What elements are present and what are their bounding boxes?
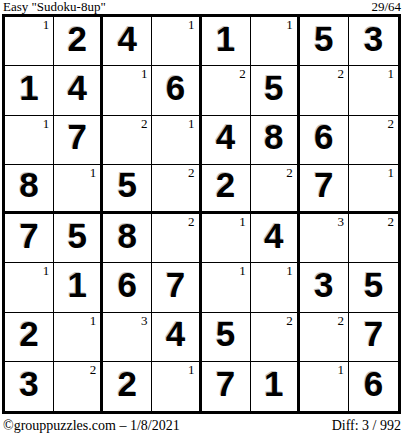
cell-r1c2[interactable]: 2 — [54, 17, 103, 66]
cell-r4c3[interactable]: 5 — [103, 165, 152, 214]
given-digit: 4 — [118, 21, 137, 56]
corner-mark: 2 — [286, 166, 293, 179]
cell-r4c1[interactable]: 8 — [5, 165, 54, 214]
given-digit: 5 — [67, 218, 86, 253]
corner-mark: 2 — [141, 117, 148, 130]
given-digit: 2 — [118, 366, 137, 401]
cell-r8c6[interactable]: 1 — [251, 362, 300, 411]
cell-r1c8[interactable]: 3 — [349, 17, 398, 66]
corner-mark: 1 — [90, 166, 97, 179]
cell-r6c8[interactable]: 5 — [349, 263, 398, 312]
corner-mark: 1 — [239, 264, 246, 277]
page-title: Easy "Sudoku-8up" — [3, 0, 106, 14]
corner-mark: 2 — [388, 215, 395, 228]
cell-r7c4[interactable]: 4 — [152, 313, 201, 362]
cell-r2c4[interactable]: 6 — [152, 66, 201, 115]
cell-r1c5[interactable]: 1 — [202, 17, 251, 66]
cell-r6c2[interactable]: 1 — [54, 263, 103, 312]
cell-r4c8[interactable]: 1 — [349, 165, 398, 214]
cell-r8c8[interactable]: 6 — [349, 362, 398, 411]
corner-mark: 1 — [43, 264, 50, 277]
corner-mark: 1 — [337, 363, 344, 376]
corner-mark: 2 — [188, 166, 195, 179]
cell-r2c5[interactable]: 2 — [202, 66, 251, 115]
corner-mark: 1 — [43, 18, 50, 31]
cell-r3c4[interactable]: 1 — [152, 116, 201, 165]
given-digit: 1 — [67, 267, 86, 302]
cell-r7c6[interactable]: 2 — [251, 313, 300, 362]
corner-mark: 1 — [141, 67, 148, 80]
given-digit: 1 — [264, 366, 283, 401]
given-digit: 5 — [314, 21, 333, 56]
given-digit: 2 — [67, 21, 86, 56]
given-digit: 5 — [364, 267, 383, 302]
corner-mark: 3 — [337, 215, 344, 228]
cell-r3c8[interactable]: 2 — [349, 116, 398, 165]
cell-r5c8[interactable]: 2 — [349, 214, 398, 263]
cell-r7c7[interactable]: 2 — [300, 313, 349, 362]
cell-r8c2[interactable]: 2 — [54, 362, 103, 411]
given-digit: 8 — [19, 167, 38, 202]
given-digit: 4 — [216, 119, 235, 154]
given-digit: 3 — [19, 366, 38, 401]
cell-r2c6[interactable]: 5 — [251, 66, 300, 115]
given-digit: 8 — [118, 218, 137, 253]
corner-mark: 2 — [188, 215, 195, 228]
corner-mark: 2 — [388, 117, 395, 130]
cell-r3c1[interactable]: 1 — [5, 116, 54, 165]
corner-mark: 3 — [141, 314, 148, 327]
given-digit: 4 — [264, 218, 283, 253]
corner-mark: 1 — [388, 166, 395, 179]
cell-r3c3[interactable]: 2 — [103, 116, 152, 165]
given-digit: 8 — [264, 119, 283, 154]
cell-r2c8[interactable]: 1 — [349, 66, 398, 115]
cell-r1c6[interactable]: 1 — [251, 17, 300, 66]
given-digit: 6 — [364, 366, 383, 401]
cell-r7c1[interactable]: 2 — [5, 313, 54, 362]
cell-r5c2[interactable]: 5 — [54, 214, 103, 263]
corner-mark: 1 — [188, 363, 195, 376]
cell-r4c4[interactable]: 2 — [152, 165, 201, 214]
cell-r5c6[interactable]: 4 — [251, 214, 300, 263]
corner-mark: 2 — [90, 363, 97, 376]
cell-r5c4[interactable]: 2 — [152, 214, 201, 263]
corner-mark: 2 — [286, 314, 293, 327]
cell-r4c5[interactable]: 2 — [202, 165, 251, 214]
cell-r3c7[interactable]: 6 — [300, 116, 349, 165]
cell-r8c5[interactable]: 7 — [202, 362, 251, 411]
cell-r1c7[interactable]: 5 — [300, 17, 349, 66]
cell-r8c7[interactable]: 1 — [300, 362, 349, 411]
cell-r6c4[interactable]: 7 — [152, 263, 201, 312]
cell-r2c2[interactable]: 4 — [54, 66, 103, 115]
cell-r2c1[interactable]: 1 — [5, 66, 54, 115]
given-digit: 5 — [118, 167, 137, 202]
cell-r6c1[interactable]: 1 — [5, 263, 54, 312]
cell-r8c1[interactable]: 3 — [5, 362, 54, 411]
corner-mark: 1 — [388, 67, 395, 80]
cell-r6c7[interactable]: 3 — [300, 263, 349, 312]
corner-mark: 2 — [239, 67, 246, 80]
cell-r7c2[interactable]: 1 — [54, 313, 103, 362]
corner-mark: 2 — [337, 314, 344, 327]
given-digit: 7 — [364, 316, 383, 351]
cell-r5c3[interactable]: 8 — [103, 214, 152, 263]
given-digit: 6 — [166, 70, 185, 105]
cell-r5c5[interactable]: 1 — [202, 214, 251, 263]
cell-r5c1[interactable]: 7 — [5, 214, 54, 263]
cell-r2c3[interactable]: 1 — [103, 66, 152, 115]
given-digit: 3 — [364, 21, 383, 56]
cell-r7c5[interactable]: 5 — [202, 313, 251, 362]
cell-r3c6[interactable]: 8 — [251, 116, 300, 165]
corner-mark: 1 — [43, 117, 50, 130]
corner-mark: 1 — [286, 18, 293, 31]
cell-r7c8[interactable]: 7 — [349, 313, 398, 362]
cell-r6c3[interactable]: 6 — [103, 263, 152, 312]
given-digit: 7 — [67, 119, 86, 154]
cell-r6c6[interactable]: 1 — [251, 263, 300, 312]
cell-r1c1[interactable]: 1 — [5, 17, 54, 66]
corner-mark: 1 — [239, 215, 246, 228]
cell-r8c4[interactable]: 1 — [152, 362, 201, 411]
cell-r1c3[interactable]: 4 — [103, 17, 152, 66]
given-digit: 4 — [67, 70, 86, 105]
given-digit: 7 — [314, 167, 333, 202]
given-digit: 6 — [118, 267, 137, 302]
cell-r4c7[interactable]: 7 — [300, 165, 349, 214]
cell-r4c2[interactable]: 1 — [54, 165, 103, 214]
cell-r7c3[interactable]: 3 — [103, 313, 152, 362]
clue-counter: 29/64 — [371, 0, 401, 14]
cell-r8c3[interactable]: 2 — [103, 362, 152, 411]
cell-r2c7[interactable]: 2 — [300, 66, 349, 115]
cell-r1c4[interactable]: 1 — [152, 17, 201, 66]
cell-r6c5[interactable]: 1 — [202, 263, 251, 312]
difficulty-text: Diff: 3 / 992 — [332, 418, 401, 434]
copyright-text: ©grouppuzzles.com – 1/8/2021 — [3, 418, 180, 434]
corner-mark: 1 — [90, 314, 97, 327]
given-digit: 7 — [19, 218, 38, 253]
given-digit: 7 — [216, 366, 235, 401]
given-digit: 6 — [314, 119, 333, 154]
cell-r5c7[interactable]: 3 — [300, 214, 349, 263]
sudoku-8up-board: 1241115314162521172148628152227175821432… — [2, 14, 401, 414]
cell-r3c2[interactable]: 7 — [54, 116, 103, 165]
cell-r3c5[interactable]: 4 — [202, 116, 251, 165]
given-digit: 5 — [216, 316, 235, 351]
given-digit: 2 — [19, 316, 38, 351]
given-digit: 4 — [166, 316, 185, 351]
corner-mark: 1 — [286, 264, 293, 277]
cell-r4c6[interactable]: 2 — [251, 165, 300, 214]
given-digit: 2 — [216, 167, 235, 202]
given-digit: 1 — [19, 70, 38, 105]
corner-mark: 1 — [188, 117, 195, 130]
given-digit: 7 — [166, 267, 185, 302]
given-digit: 3 — [314, 267, 333, 302]
corner-mark: 1 — [188, 18, 195, 31]
given-digit: 5 — [264, 70, 283, 105]
given-digit: 1 — [216, 21, 235, 56]
corner-mark: 2 — [337, 67, 344, 80]
